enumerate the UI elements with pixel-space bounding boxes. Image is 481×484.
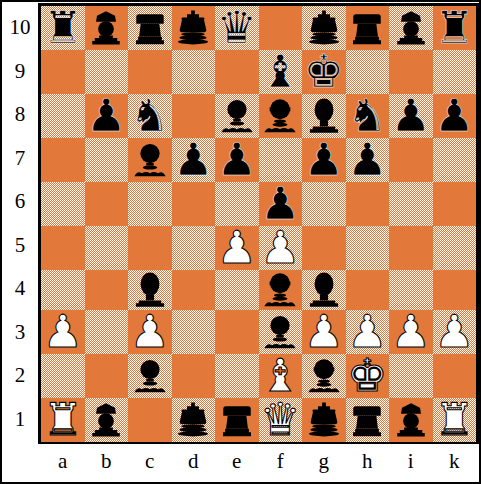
square-k6[interactable] (433, 182, 477, 226)
black-pawn[interactable]: ♟ (217, 138, 257, 182)
square-h6[interactable] (346, 182, 390, 226)
square-g9[interactable]: ♚ (302, 50, 346, 94)
square-b4[interactable] (85, 270, 129, 310)
black-orb-with-band[interactable] (260, 96, 300, 136)
square-i9[interactable] (389, 50, 433, 94)
square-f6[interactable]: ♟ (259, 182, 303, 226)
square-c7[interactable] (128, 138, 172, 182)
black-pawn[interactable]: ♟ (260, 182, 300, 226)
black-pawn[interactable]: ♟ (86, 94, 126, 138)
square-a6[interactable] (41, 182, 85, 226)
square-i8[interactable]: ♟ (389, 94, 433, 138)
square-h5[interactable] (346, 226, 390, 270)
square-g10[interactable] (302, 6, 346, 50)
black-double-window-tower[interactable] (130, 8, 170, 48)
square-h8[interactable]: ♞ (346, 94, 390, 138)
black-queen[interactable]: ♛ (217, 6, 257, 50)
white-double-window-tower[interactable] (347, 400, 387, 440)
white-queen[interactable]: ♛ (260, 398, 300, 442)
square-i6[interactable] (389, 182, 433, 226)
file-label-i: i (389, 443, 433, 479)
square-a9[interactable] (41, 50, 85, 94)
square-e2[interactable] (215, 354, 259, 398)
file-label-b: b (85, 443, 129, 479)
square-d8[interactable] (172, 94, 216, 138)
black-double-window-tower[interactable] (347, 8, 387, 48)
square-a5[interactable] (41, 226, 85, 270)
square-k3[interactable]: ♟ (433, 310, 477, 354)
black-head-figure[interactable] (304, 96, 344, 136)
square-b3[interactable] (85, 310, 129, 354)
square-a10[interactable]: ♜ (41, 6, 85, 50)
white-pawn[interactable]: ♟ (391, 310, 431, 354)
rank-label-4: 4 (2, 267, 38, 311)
white-orb-with-star[interactable] (130, 356, 170, 396)
square-e9[interactable] (215, 50, 259, 94)
square-i10[interactable] (389, 6, 433, 50)
file-label-c: c (128, 443, 172, 479)
file-labels: abcdefghik (41, 443, 476, 479)
square-f1[interactable]: ♛ (259, 398, 303, 442)
square-d3[interactable] (172, 310, 216, 354)
white-mitre-piece[interactable] (173, 400, 213, 440)
black-rook[interactable]: ♜ (434, 6, 474, 50)
square-k5[interactable] (433, 226, 477, 270)
file-label-e: e (215, 443, 259, 479)
file-label-h: h (346, 443, 390, 479)
rank-label-1: 1 (2, 398, 38, 442)
square-i5[interactable] (389, 226, 433, 270)
white-rook[interactable]: ♜ (43, 398, 83, 442)
white-pawn[interactable]: ♟ (260, 226, 300, 270)
white-pawn[interactable]: ♟ (347, 310, 387, 354)
square-g1[interactable] (302, 398, 346, 442)
square-c4[interactable] (128, 270, 172, 310)
square-b5[interactable] (85, 226, 129, 270)
rank-labels: 10987654321 (2, 6, 38, 441)
white-pawn[interactable]: ♟ (304, 310, 344, 354)
square-c10[interactable] (128, 6, 172, 50)
black-single-window-tower[interactable] (86, 8, 126, 48)
white-pawn[interactable]: ♟ (43, 310, 83, 354)
square-i3[interactable]: ♟ (389, 310, 433, 354)
square-a2[interactable] (41, 354, 85, 398)
black-bishop[interactable]: ♝ (260, 50, 300, 94)
square-c6[interactable] (128, 182, 172, 226)
black-pawn[interactable]: ♟ (391, 94, 431, 138)
square-i4[interactable] (389, 270, 433, 310)
board-diagram: 10987654321 ♜♛♜♝♚♟♞♞♟♟♟♟♟♟♟♟♟♟♟♟♟♟♟♝♚♜♛♜… (0, 0, 481, 484)
white-king[interactable]: ♚ (347, 354, 387, 398)
square-i1[interactable] (389, 398, 433, 442)
square-k8[interactable]: ♟ (433, 94, 477, 138)
black-pawn[interactable]: ♟ (304, 138, 344, 182)
square-b8[interactable]: ♟ (85, 94, 129, 138)
square-c1[interactable] (128, 398, 172, 442)
file-label-g: g (302, 443, 346, 479)
square-e10[interactable]: ♛ (215, 6, 259, 50)
white-orb-with-band[interactable] (304, 356, 344, 396)
square-h9[interactable] (346, 50, 390, 94)
rank-label-2: 2 (2, 354, 38, 398)
square-e7[interactable]: ♟ (215, 138, 259, 182)
square-e6[interactable] (215, 182, 259, 226)
square-g8[interactable] (302, 94, 346, 138)
square-a8[interactable] (41, 94, 85, 138)
square-d5[interactable] (172, 226, 216, 270)
square-h1[interactable] (346, 398, 390, 442)
black-single-window-tower[interactable] (391, 8, 431, 48)
square-g6[interactable] (302, 182, 346, 226)
square-d10[interactable] (172, 6, 216, 50)
square-a3[interactable]: ♟ (41, 310, 85, 354)
black-pawn[interactable]: ♟ (173, 138, 213, 182)
white-orb-with-star[interactable] (260, 312, 300, 352)
white-single-window-tower[interactable] (86, 400, 126, 440)
square-h7[interactable]: ♟ (346, 138, 390, 182)
rank-label-7: 7 (2, 137, 38, 181)
file-label-f: f (259, 443, 303, 479)
square-f8[interactable] (259, 94, 303, 138)
square-f4[interactable] (259, 270, 303, 310)
black-knight[interactable]: ♞ (347, 94, 387, 138)
black-pawn[interactable]: ♟ (347, 138, 387, 182)
square-f5[interactable]: ♟ (259, 226, 303, 270)
square-k10[interactable]: ♜ (433, 6, 477, 50)
square-a1[interactable]: ♜ (41, 398, 85, 442)
square-h3[interactable]: ♟ (346, 310, 390, 354)
square-c2[interactable] (128, 354, 172, 398)
rank-label-9: 9 (2, 50, 38, 94)
white-head-figure[interactable] (304, 270, 344, 310)
square-f10[interactable] (259, 6, 303, 50)
square-c8[interactable]: ♞ (128, 94, 172, 138)
white-pawn[interactable]: ♟ (434, 310, 474, 354)
square-g2[interactable] (302, 354, 346, 398)
square-b6[interactable] (85, 182, 129, 226)
square-e5[interactable]: ♟ (215, 226, 259, 270)
square-b2[interactable] (85, 354, 129, 398)
white-orb-with-band[interactable] (260, 270, 300, 310)
white-rook[interactable]: ♜ (434, 398, 474, 442)
square-f2[interactable]: ♝ (259, 354, 303, 398)
square-f7[interactable] (259, 138, 303, 182)
square-i2[interactable] (389, 354, 433, 398)
black-knight[interactable]: ♞ (130, 94, 170, 138)
square-h4[interactable] (346, 270, 390, 310)
square-c5[interactable] (128, 226, 172, 270)
square-b9[interactable] (85, 50, 129, 94)
square-a7[interactable] (41, 138, 85, 182)
square-d1[interactable] (172, 398, 216, 442)
white-double-window-tower[interactable] (217, 400, 257, 440)
white-single-window-tower[interactable] (391, 400, 431, 440)
black-pawn[interactable]: ♟ (434, 94, 474, 138)
square-f3[interactable] (259, 310, 303, 354)
square-b10[interactable] (85, 6, 129, 50)
square-i7[interactable] (389, 138, 433, 182)
square-k4[interactable] (433, 270, 477, 310)
square-e4[interactable] (215, 270, 259, 310)
square-b7[interactable] (85, 138, 129, 182)
square-d2[interactable] (172, 354, 216, 398)
square-d6[interactable] (172, 182, 216, 226)
rank-label-5: 5 (2, 224, 38, 268)
square-g5[interactable] (302, 226, 346, 270)
rank-label-3: 3 (2, 311, 38, 355)
square-e8[interactable] (215, 94, 259, 138)
square-d9[interactable] (172, 50, 216, 94)
square-k9[interactable] (433, 50, 477, 94)
square-h2[interactable]: ♚ (346, 354, 390, 398)
white-head-figure[interactable] (130, 270, 170, 310)
square-f9[interactable]: ♝ (259, 50, 303, 94)
square-e3[interactable] (215, 310, 259, 354)
file-label-d: d (172, 443, 216, 479)
black-mitre-piece[interactable] (304, 8, 344, 48)
square-c3[interactable]: ♟ (128, 310, 172, 354)
white-mitre-piece[interactable] (304, 400, 344, 440)
black-king[interactable]: ♚ (304, 50, 344, 94)
rank-label-6: 6 (2, 180, 38, 224)
square-d4[interactable] (172, 270, 216, 310)
game-board: ♜♛♜♝♚♟♞♞♟♟♟♟♟♟♟♟♟♟♟♟♟♟♟♝♚♜♛♜ (38, 3, 479, 444)
square-c9[interactable] (128, 50, 172, 94)
black-mitre-piece[interactable] (173, 8, 213, 48)
square-a4[interactable] (41, 270, 85, 310)
rank-label-8: 8 (2, 93, 38, 137)
file-label-a: a (41, 443, 85, 479)
square-d7[interactable]: ♟ (172, 138, 216, 182)
rank-label-10: 10 (2, 6, 38, 50)
white-pawn[interactable]: ♟ (217, 226, 257, 270)
square-k1[interactable]: ♜ (433, 398, 477, 442)
square-k2[interactable] (433, 354, 477, 398)
black-rook[interactable]: ♜ (43, 6, 83, 50)
square-b1[interactable] (85, 398, 129, 442)
square-g4[interactable] (302, 270, 346, 310)
white-pawn[interactable]: ♟ (130, 310, 170, 354)
square-g3[interactable]: ♟ (302, 310, 346, 354)
square-h10[interactable] (346, 6, 390, 50)
white-bishop[interactable]: ♝ (260, 354, 300, 398)
square-e1[interactable] (215, 398, 259, 442)
square-g7[interactable]: ♟ (302, 138, 346, 182)
black-orb-with-star[interactable] (130, 140, 170, 180)
black-orb-with-star[interactable] (217, 96, 257, 136)
square-k7[interactable] (433, 138, 477, 182)
file-label-k: k (433, 443, 477, 479)
